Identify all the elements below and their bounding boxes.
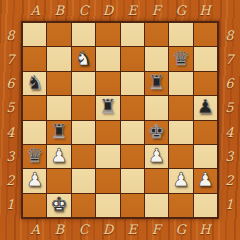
rank-label-4: 4 xyxy=(219,120,240,144)
square-g6[interactable] xyxy=(169,72,192,95)
file-label-b: B xyxy=(47,0,71,21)
square-a6[interactable]: ♞ xyxy=(23,72,46,95)
square-e6[interactable] xyxy=(121,72,144,95)
file-label-g: G xyxy=(169,0,193,21)
rank-label-5: 5 xyxy=(0,96,21,120)
square-d3[interactable] xyxy=(96,145,119,168)
black-queen: ♛ xyxy=(26,146,43,165)
rank-label-8: 8 xyxy=(219,23,240,47)
rank-label-3: 3 xyxy=(0,144,21,168)
file-labels-bottom: ABCDEFGH xyxy=(23,219,217,240)
square-h6[interactable] xyxy=(194,72,217,95)
square-b7[interactable] xyxy=(47,47,70,70)
file-label-g: G xyxy=(169,219,193,240)
square-b1[interactable]: ♚ xyxy=(47,194,70,217)
square-g1[interactable] xyxy=(169,194,192,217)
rank-label-2: 2 xyxy=(219,169,240,193)
square-e1[interactable] xyxy=(121,194,144,217)
file-label-c: C xyxy=(72,0,96,21)
square-e2[interactable] xyxy=(121,169,144,192)
square-f8[interactable] xyxy=(145,23,168,46)
square-d6[interactable] xyxy=(96,72,119,95)
square-g5[interactable] xyxy=(169,96,192,119)
chess-board: ♞♛♞♜♜♟♜♚♛♟♟♟♟♟♚ xyxy=(21,21,219,219)
square-a7[interactable] xyxy=(23,47,46,70)
black-pawn: ♟ xyxy=(197,97,214,116)
file-label-b: B xyxy=(47,219,71,240)
rank-labels-left: 87654321 xyxy=(0,23,21,217)
black-rook: ♜ xyxy=(99,97,116,116)
white-knight: ♞ xyxy=(75,49,92,68)
file-label-f: F xyxy=(144,0,168,21)
square-h5[interactable]: ♟ xyxy=(194,96,217,119)
square-g2[interactable]: ♟ xyxy=(169,169,192,192)
square-e7[interactable] xyxy=(121,47,144,70)
square-a5[interactable] xyxy=(23,96,46,119)
black-rook: ♜ xyxy=(148,73,165,92)
square-f7[interactable] xyxy=(145,47,168,70)
file-label-a: A xyxy=(23,219,47,240)
rank-label-1: 1 xyxy=(219,193,240,217)
square-d5[interactable]: ♜ xyxy=(96,96,119,119)
square-c6[interactable] xyxy=(72,72,95,95)
square-h3[interactable] xyxy=(194,145,217,168)
rank-labels-right: 87654321 xyxy=(219,23,240,217)
rank-label-8: 8 xyxy=(0,23,21,47)
black-king: ♚ xyxy=(148,122,165,141)
white-pawn: ♟ xyxy=(148,146,165,165)
square-c3[interactable] xyxy=(72,145,95,168)
square-b3[interactable]: ♟ xyxy=(47,145,70,168)
file-label-h: H xyxy=(193,219,217,240)
rank-label-1: 1 xyxy=(0,193,21,217)
square-c2[interactable] xyxy=(72,169,95,192)
black-queen: ♛ xyxy=(172,49,189,68)
square-c4[interactable] xyxy=(72,121,95,144)
square-c1[interactable] xyxy=(72,194,95,217)
square-a3[interactable]: ♛ xyxy=(23,145,46,168)
white-pawn: ♟ xyxy=(172,170,189,189)
rank-label-5: 5 xyxy=(219,96,240,120)
square-b2[interactable] xyxy=(47,169,70,192)
square-h8[interactable] xyxy=(194,23,217,46)
square-a1[interactable] xyxy=(23,194,46,217)
square-f1[interactable] xyxy=(145,194,168,217)
square-b6[interactable] xyxy=(47,72,70,95)
square-b4[interactable]: ♜ xyxy=(47,121,70,144)
square-c5[interactable] xyxy=(72,96,95,119)
white-pawn: ♟ xyxy=(51,146,68,165)
square-e4[interactable] xyxy=(121,121,144,144)
square-a8[interactable] xyxy=(23,23,46,46)
square-c8[interactable] xyxy=(72,23,95,46)
square-f2[interactable] xyxy=(145,169,168,192)
file-label-e: E xyxy=(120,0,144,21)
rank-label-4: 4 xyxy=(0,120,21,144)
square-f4[interactable]: ♚ xyxy=(145,121,168,144)
square-b5[interactable] xyxy=(47,96,70,119)
rank-label-6: 6 xyxy=(0,72,21,96)
white-king: ♚ xyxy=(51,195,68,214)
rank-label-7: 7 xyxy=(0,47,21,71)
file-label-d: D xyxy=(96,0,120,21)
square-e3[interactable] xyxy=(121,145,144,168)
square-d7[interactable] xyxy=(96,47,119,70)
black-rook: ♜ xyxy=(51,122,68,141)
file-label-d: D xyxy=(96,219,120,240)
square-f3[interactable]: ♟ xyxy=(145,145,168,168)
white-pawn: ♟ xyxy=(26,170,43,189)
square-g8[interactable] xyxy=(169,23,192,46)
file-label-c: C xyxy=(72,219,96,240)
square-c7[interactable]: ♞ xyxy=(72,47,95,70)
square-f6[interactable]: ♜ xyxy=(145,72,168,95)
square-a2[interactable]: ♟ xyxy=(23,169,46,192)
square-h7[interactable] xyxy=(194,47,217,70)
rank-label-7: 7 xyxy=(219,47,240,71)
square-g3[interactable] xyxy=(169,145,192,168)
square-h1[interactable] xyxy=(194,194,217,217)
square-g7[interactable]: ♛ xyxy=(169,47,192,70)
square-a4[interactable] xyxy=(23,121,46,144)
file-label-e: E xyxy=(120,219,144,240)
square-d1[interactable] xyxy=(96,194,119,217)
square-f5[interactable] xyxy=(145,96,168,119)
square-d8[interactable] xyxy=(96,23,119,46)
square-g4[interactable] xyxy=(169,121,192,144)
white-pawn: ♟ xyxy=(197,170,214,189)
file-label-f: F xyxy=(144,219,168,240)
file-labels-top: ABCDEFGH xyxy=(23,0,217,21)
file-label-h: H xyxy=(193,0,217,21)
square-e5[interactable] xyxy=(121,96,144,119)
square-d2[interactable] xyxy=(96,169,119,192)
square-d4[interactable] xyxy=(96,121,119,144)
black-knight: ♞ xyxy=(26,73,43,92)
rank-label-2: 2 xyxy=(0,169,21,193)
rank-label-6: 6 xyxy=(219,72,240,96)
square-h4[interactable] xyxy=(194,121,217,144)
square-e8[interactable] xyxy=(121,23,144,46)
chess-board-frame: ABCDEFGH ABCDEFGH 87654321 87654321 ♞♛♞♜… xyxy=(0,0,240,240)
square-h2[interactable]: ♟ xyxy=(194,169,217,192)
square-b8[interactable] xyxy=(47,23,70,46)
file-label-a: A xyxy=(23,0,47,21)
rank-label-3: 3 xyxy=(219,144,240,168)
